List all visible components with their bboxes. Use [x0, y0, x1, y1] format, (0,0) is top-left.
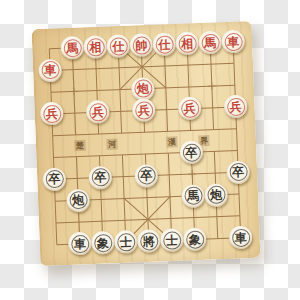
piece-glyph: 卒: [88, 166, 112, 190]
piece-red-elephant[interactable]: 相: [83, 35, 107, 59]
piece-red-elephant[interactable]: 相: [175, 31, 199, 55]
piece-black-soldier[interactable]: 卒: [134, 164, 158, 188]
piece-red-soldier[interactable]: 兵: [40, 102, 64, 126]
piece-glyph: 兵: [132, 99, 156, 123]
piece-glyph: 馬: [181, 184, 205, 208]
river-seal-stamp: 漢: [166, 136, 177, 147]
piece-glyph: 兵: [224, 95, 248, 119]
xiangqi-board: 楚河漢界 馬相仕帥仕相馬車車炮兵兵兵兵兵卒卒卒卒卒炮馬炮車象士將士象車: [32, 21, 261, 266]
piece-black-elephant[interactable]: 象: [183, 227, 207, 251]
piece-glyph: 炮: [131, 77, 155, 101]
piece-black-horse[interactable]: 馬: [181, 184, 205, 208]
piece-glyph: 車: [229, 226, 253, 250]
river-seal-stamp: 河: [106, 139, 117, 150]
piece-black-cannon[interactable]: 炮: [204, 183, 228, 207]
piece-red-chariot[interactable]: 車: [38, 58, 62, 82]
piece-glyph: 炮: [204, 183, 228, 207]
piece-glyph: 帥: [129, 33, 153, 57]
piece-red-cannon[interactable]: 炮: [131, 77, 155, 101]
piece-glyph: 卒: [179, 140, 203, 164]
piece-red-soldier[interactable]: 兵: [224, 95, 248, 119]
piece-red-horse[interactable]: 馬: [60, 36, 84, 60]
piece-black-chariot[interactable]: 車: [68, 232, 92, 256]
piece-glyph: 馬: [60, 36, 84, 60]
piece-glyph: 兵: [86, 100, 110, 124]
piece-red-advisor[interactable]: 仕: [152, 32, 176, 56]
piece-black-elephant[interactable]: 象: [91, 231, 115, 255]
piece-glyph: 卒: [42, 167, 66, 191]
piece-glyph: 相: [83, 35, 107, 59]
piece-glyph: 車: [38, 58, 62, 82]
piece-glyph: 象: [183, 227, 207, 251]
piece-glyph: 士: [160, 228, 184, 252]
piece-red-soldier[interactable]: 兵: [86, 100, 110, 124]
piece-red-advisor[interactable]: 仕: [106, 34, 130, 58]
piece-glyph: 卒: [134, 164, 158, 188]
palace-diagonals: [118, 44, 171, 242]
piece-black-soldier[interactable]: 卒: [42, 167, 66, 191]
piece-glyph: 卒: [226, 160, 250, 184]
river-seal-stamp: 楚: [74, 140, 85, 151]
piece-glyph: 士: [114, 230, 138, 254]
piece-red-soldier[interactable]: 兵: [132, 99, 156, 123]
piece-glyph: 車: [68, 232, 92, 256]
piece-red-general[interactable]: 帥: [129, 33, 153, 57]
piece-red-soldier[interactable]: 兵: [178, 97, 202, 121]
piece-black-cannon[interactable]: 炮: [66, 188, 90, 212]
piece-red-horse[interactable]: 馬: [198, 31, 222, 55]
piece-glyph: 馬: [198, 31, 222, 55]
piece-glyph: 仕: [106, 34, 130, 58]
piece-black-general[interactable]: 將: [137, 229, 161, 253]
piece-black-advisor[interactable]: 士: [114, 230, 138, 254]
piece-glyph: 象: [91, 231, 115, 255]
piece-glyph: 炮: [66, 188, 90, 212]
piece-glyph: 將: [137, 229, 161, 253]
piece-glyph: 兵: [178, 97, 202, 121]
piece-red-chariot[interactable]: 車: [221, 30, 245, 54]
piece-black-chariot[interactable]: 車: [229, 226, 253, 250]
piece-black-advisor[interactable]: 士: [160, 228, 184, 252]
piece-glyph: 兵: [40, 102, 64, 126]
piece-black-soldier[interactable]: 卒: [88, 166, 112, 190]
piece-glyph: 仕: [152, 32, 176, 56]
piece-black-soldier[interactable]: 卒: [226, 160, 250, 184]
piece-black-soldier[interactable]: 卒: [179, 140, 203, 164]
piece-glyph: 車: [221, 30, 245, 54]
piece-glyph: 相: [175, 31, 199, 55]
